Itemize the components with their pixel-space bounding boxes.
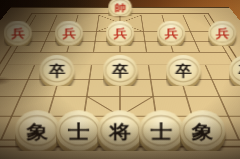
piece-glyph: 卒 xyxy=(112,63,129,78)
xiangqi-board: 帥 兵 兵 兵 兵 xyxy=(0,8,240,159)
piece-glyph: 兵 xyxy=(164,27,177,39)
piece-glyph: 卒 xyxy=(175,63,192,78)
piece-red-general[interactable]: 帥 xyxy=(109,12,131,19)
piece-glyph: 兵 xyxy=(62,27,75,39)
piece-red-soldier[interactable]: 兵 xyxy=(205,36,236,46)
xiangqi-board-photo: 帥 兵 兵 兵 兵 xyxy=(0,0,240,159)
piece-glyph: 卒 xyxy=(238,63,240,78)
piece-red-soldier[interactable]: 兵 xyxy=(156,36,184,46)
piece-glyph: 象 xyxy=(27,121,49,140)
piece-red-soldier[interactable]: 兵 xyxy=(107,36,133,46)
piece-red-soldier[interactable]: 兵 xyxy=(4,36,35,46)
piece-black-soldier[interactable]: 卒 xyxy=(223,72,240,88)
piece-grid: 帥 兵 兵 兵 兵 xyxy=(0,12,240,154)
piece-black-general[interactable]: 将 xyxy=(99,128,141,154)
piece-black-soldier[interactable]: 卒 xyxy=(40,72,75,88)
piece-glyph: 兵 xyxy=(113,27,126,39)
piece-glyph: 卒 xyxy=(0,63,2,78)
piece-glyph: 兵 xyxy=(11,27,24,39)
piece-black-elephant[interactable]: 象 xyxy=(177,128,225,154)
piece-black-soldier[interactable]: 卒 xyxy=(164,72,199,88)
piece-black-soldier[interactable]: 卒 xyxy=(104,72,136,88)
piece-glyph: 象 xyxy=(192,121,214,140)
piece-black-soldier[interactable]: 卒 xyxy=(0,72,17,88)
piece-red-soldier[interactable]: 兵 xyxy=(56,36,84,46)
piece-black-advisor[interactable]: 士 xyxy=(57,128,101,154)
piece-glyph: 卒 xyxy=(49,63,66,78)
piece-glyph: 帥 xyxy=(114,3,125,13)
piece-glyph: 士 xyxy=(68,121,90,140)
piece-glyph: 士 xyxy=(150,121,172,140)
piece-glyph: 兵 xyxy=(216,27,229,39)
piece-glyph: 将 xyxy=(109,121,131,140)
piece-black-advisor[interactable]: 士 xyxy=(139,128,183,154)
